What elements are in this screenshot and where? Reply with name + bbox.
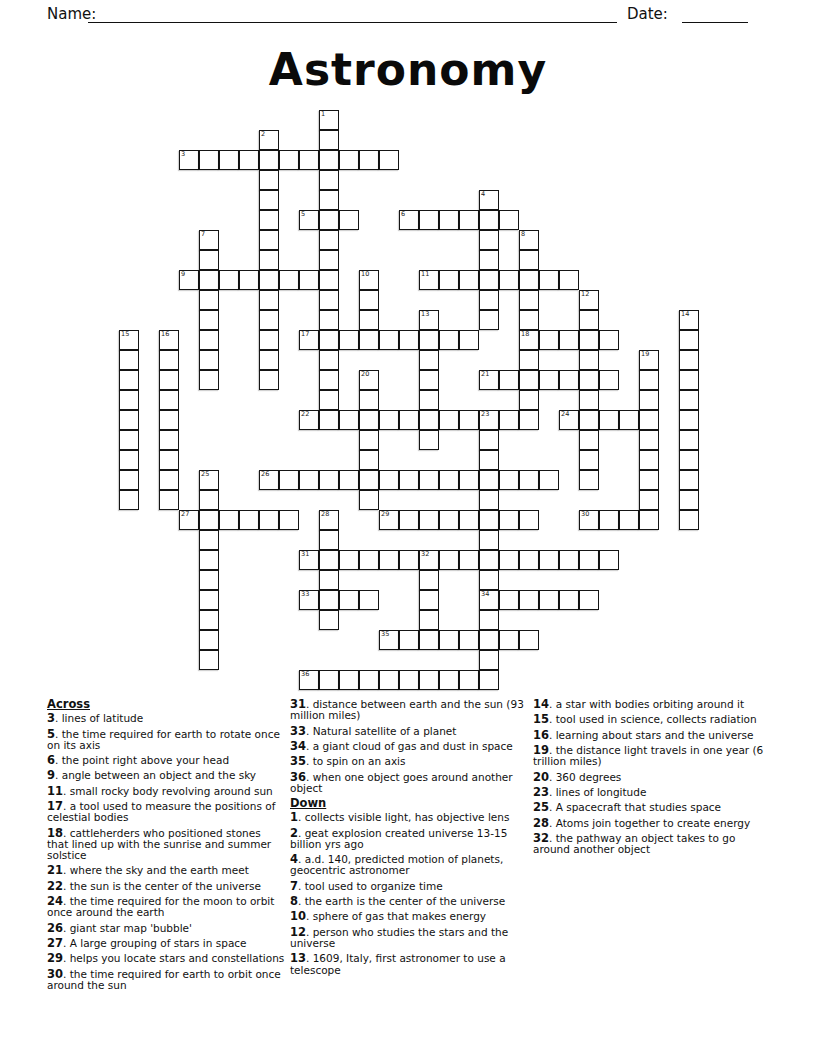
grid-cell[interactable] [219, 270, 239, 290]
grid-cell[interactable] [419, 630, 439, 650]
grid-cell[interactable] [199, 610, 219, 630]
grid-cell[interactable] [419, 590, 439, 610]
grid-cell[interactable] [399, 510, 419, 530]
grid-cell[interactable] [159, 370, 179, 390]
grid-cell[interactable] [519, 350, 539, 370]
grid-cell[interactable] [319, 570, 339, 590]
grid-cell[interactable]: 18 [519, 330, 539, 350]
grid-cell[interactable]: 25 [199, 470, 219, 490]
grid-cell[interactable] [239, 150, 259, 170]
grid-cell[interactable] [319, 370, 339, 390]
grid-cell[interactable] [639, 430, 659, 450]
grid-cell[interactable] [519, 290, 539, 310]
grid-cell[interactable] [479, 450, 499, 470]
grid-cell[interactable] [379, 410, 399, 430]
grid-cell[interactable] [299, 270, 319, 290]
grid-cell[interactable] [319, 270, 339, 290]
grid-cell[interactable]: 11 [419, 270, 439, 290]
grid-cell[interactable]: 34 [479, 590, 499, 610]
grid-cell[interactable] [379, 330, 399, 350]
grid-cell[interactable] [359, 290, 379, 310]
grid-cell[interactable] [539, 470, 559, 490]
grid-cell[interactable]: 35 [379, 630, 399, 650]
grid-cell[interactable] [519, 310, 539, 330]
grid-cell[interactable] [259, 250, 279, 270]
grid-cell[interactable] [299, 150, 319, 170]
clue-column-middle: 31. distance between earth and the sun (… [290, 698, 528, 979]
grid-cell[interactable] [499, 550, 519, 570]
grid-cell[interactable] [479, 470, 499, 490]
grid-cell[interactable]: 31 [299, 550, 319, 570]
grid-cell[interactable] [119, 430, 139, 450]
grid-cell[interactable] [319, 530, 339, 550]
grid-cell[interactable] [239, 270, 259, 290]
grid-cell[interactable]: 21 [479, 370, 499, 390]
grid-cell[interactable] [319, 170, 339, 190]
grid-cell[interactable] [459, 630, 479, 650]
grid-cell[interactable] [439, 510, 459, 530]
grid-cell[interactable] [479, 210, 499, 230]
grid-cell[interactable] [319, 550, 339, 570]
grid-cell[interactable] [459, 270, 479, 290]
grid-cell[interactable] [399, 330, 419, 350]
grid-cell[interactable] [319, 470, 339, 490]
grid-cell[interactable] [559, 270, 579, 290]
grid-cell[interactable] [119, 390, 139, 410]
cell-number: 18 [521, 331, 529, 338]
grid-cell[interactable] [119, 410, 139, 430]
grid-cell[interactable] [339, 410, 359, 430]
name-blank-line[interactable] [88, 6, 617, 23]
grid-cell[interactable] [539, 370, 559, 390]
grid-cell[interactable] [419, 570, 439, 590]
grid-cell[interactable] [419, 470, 439, 490]
grid-cell[interactable] [539, 270, 559, 290]
clue-across-35: 35. to spin on an axis [290, 755, 528, 767]
grid-cell[interactable] [559, 330, 579, 350]
grid-cell[interactable] [639, 390, 659, 410]
grid-cell[interactable] [479, 670, 499, 690]
grid-cell[interactable] [479, 430, 499, 450]
grid-cell[interactable] [359, 390, 379, 410]
clue-text: . to spin on an axis [306, 755, 405, 767]
grid-cell[interactable] [639, 410, 659, 430]
grid-cell[interactable] [379, 470, 399, 490]
grid-cell[interactable] [119, 450, 139, 470]
grid-cell[interactable] [319, 230, 339, 250]
grid-cell[interactable] [159, 490, 179, 510]
grid-cell[interactable] [259, 150, 279, 170]
grid-cell[interactable]: 7 [199, 230, 219, 250]
grid-cell[interactable]: 10 [359, 270, 379, 290]
grid-cell[interactable]: 6 [399, 210, 419, 230]
grid-cell[interactable] [479, 490, 499, 510]
grid-cell[interactable] [359, 330, 379, 350]
grid-cell[interactable] [679, 510, 699, 530]
grid-cell[interactable] [359, 410, 379, 430]
grid-cell[interactable] [419, 390, 439, 410]
grid-cell[interactable] [159, 390, 179, 410]
grid-cell[interactable] [159, 410, 179, 430]
grid-cell[interactable]: 4 [479, 190, 499, 210]
grid-cell[interactable] [619, 510, 639, 530]
grid-cell[interactable] [259, 310, 279, 330]
date-blank-line[interactable] [682, 6, 748, 23]
grid-cell[interactable]: 30 [579, 510, 599, 530]
grid-cell[interactable] [499, 470, 519, 490]
grid-cell[interactable] [479, 510, 499, 530]
grid-cell[interactable]: 24 [559, 410, 579, 430]
grid-cell[interactable] [599, 370, 619, 390]
grid-cell[interactable] [479, 250, 499, 270]
grid-cell[interactable]: 28 [319, 510, 339, 530]
grid-cell[interactable] [679, 450, 699, 470]
grid-cell[interactable] [639, 450, 659, 470]
grid-cell[interactable] [599, 330, 619, 350]
grid-cell[interactable] [419, 410, 439, 430]
grid-cell[interactable]: 2 [259, 130, 279, 150]
grid-cell[interactable] [159, 450, 179, 470]
grid-cell[interactable] [339, 470, 359, 490]
grid-cell[interactable]: 19 [639, 350, 659, 370]
grid-cell[interactable] [199, 310, 219, 330]
grid-cell[interactable]: 20 [359, 370, 379, 390]
grid-cell[interactable] [519, 590, 539, 610]
grid-cell[interactable] [319, 290, 339, 310]
grid-cell[interactable] [119, 350, 139, 370]
grid-cell[interactable] [279, 470, 299, 490]
grid-cell[interactable] [259, 350, 279, 370]
grid-cell[interactable] [359, 310, 379, 330]
grid-cell[interactable] [399, 410, 419, 430]
grid-cell[interactable] [559, 590, 579, 610]
cell-number: 17 [301, 331, 309, 338]
grid-cell[interactable] [439, 630, 459, 650]
grid-cell[interactable] [199, 490, 219, 510]
grid-cell[interactable] [259, 510, 279, 530]
grid-cell[interactable] [479, 290, 499, 310]
grid-cell[interactable] [479, 570, 499, 590]
grid-cell[interactable] [419, 430, 439, 450]
grid-cell[interactable] [199, 370, 219, 390]
grid-cell[interactable] [259, 370, 279, 390]
grid-cell[interactable]: 27 [179, 510, 199, 530]
grid-cell[interactable]: 9 [179, 270, 199, 290]
grid-cell[interactable]: 16 [159, 330, 179, 350]
grid-cell[interactable] [599, 550, 619, 570]
grid-cell[interactable] [459, 670, 479, 690]
grid-cell[interactable] [539, 330, 559, 350]
grid-cell[interactable] [359, 430, 379, 450]
grid-cell[interactable] [199, 510, 219, 530]
grid-cell[interactable] [599, 510, 619, 530]
grid-cell[interactable] [439, 410, 459, 430]
grid-cell[interactable] [279, 270, 299, 290]
grid-cell[interactable] [499, 510, 519, 530]
grid-cell[interactable] [319, 130, 339, 150]
grid-cell[interactable] [519, 390, 539, 410]
clue-text: . Atoms join together to create energy [549, 817, 750, 829]
grid-cell[interactable] [319, 250, 339, 270]
grid-cell[interactable] [439, 550, 459, 570]
grid-cell[interactable] [499, 210, 519, 230]
grid-cell[interactable]: 1 [319, 110, 339, 130]
grid-cell[interactable] [439, 670, 459, 690]
grid-cell[interactable] [419, 610, 439, 630]
grid-cell[interactable] [459, 510, 479, 530]
grid-cell[interactable] [199, 590, 219, 610]
grid-cell[interactable] [419, 510, 439, 530]
grid-cell[interactable] [339, 590, 359, 610]
grid-cell[interactable] [599, 410, 619, 430]
grid-cell[interactable] [279, 510, 299, 530]
grid-cell[interactable] [679, 490, 699, 510]
grid-cell[interactable] [339, 330, 359, 350]
grid-cell[interactable]: 3 [179, 150, 199, 170]
grid-cell[interactable] [379, 150, 399, 170]
date-label: Date: [627, 5, 668, 23]
grid-cell[interactable] [679, 470, 699, 490]
grid-cell[interactable] [579, 590, 599, 610]
grid-cell[interactable] [579, 390, 599, 410]
crossword-grid: 1234567891011121314151617181920212223242… [119, 110, 699, 690]
grid-cell[interactable] [679, 370, 699, 390]
grid-cell[interactable] [499, 270, 519, 290]
grid-cell[interactable] [359, 150, 379, 170]
grid-cell[interactable] [679, 390, 699, 410]
grid-cell[interactable] [199, 150, 219, 170]
clue-down-1: 1. collects visible light, has objective… [290, 811, 528, 823]
clue-number: 6 [47, 753, 55, 767]
clue-number: 11 [47, 784, 63, 798]
grid-cell[interactable] [119, 470, 139, 490]
grid-cell[interactable] [339, 670, 359, 690]
grid-cell[interactable] [579, 330, 599, 350]
grid-cell[interactable] [319, 190, 339, 210]
grid-cell[interactable] [479, 550, 499, 570]
grid-cell[interactable] [479, 310, 499, 330]
grid-cell[interactable] [459, 330, 479, 350]
clue-text: . a giant cloud of gas and dust in space [306, 740, 513, 752]
clue-text: . 360 degrees [549, 771, 621, 783]
grid-cell[interactable] [219, 510, 239, 530]
grid-cell[interactable] [119, 370, 139, 390]
grid-cell[interactable] [439, 270, 459, 290]
grid-cell[interactable] [579, 310, 599, 330]
grid-cell[interactable] [319, 210, 339, 230]
grid-cell[interactable] [119, 490, 139, 510]
grid-cell[interactable] [339, 150, 359, 170]
grid-cell[interactable] [199, 330, 219, 350]
grid-cell[interactable] [679, 330, 699, 350]
grid-cell[interactable] [479, 630, 499, 650]
grid-cell[interactable] [519, 510, 539, 530]
grid-cell[interactable] [359, 470, 379, 490]
grid-cell[interactable] [459, 550, 479, 570]
grid-cell[interactable] [639, 490, 659, 510]
grid-cell[interactable] [339, 550, 359, 570]
grid-cell[interactable] [679, 350, 699, 370]
grid-cell[interactable] [359, 590, 379, 610]
grid-cell[interactable]: 13 [419, 310, 439, 330]
clue-number: 3 [47, 711, 55, 725]
grid-cell[interactable]: 33 [299, 590, 319, 610]
grid-cell[interactable] [579, 470, 599, 490]
grid-cell[interactable] [259, 330, 279, 350]
grid-cell[interactable]: 36 [299, 670, 319, 690]
clue-text: . A large grouping of stars in space [63, 937, 247, 949]
grid-cell[interactable] [159, 350, 179, 370]
grid-cell[interactable] [519, 250, 539, 270]
clue-text: . collects visible light, has objective … [298, 811, 509, 823]
grid-cell[interactable] [619, 410, 639, 430]
grid-cell[interactable] [259, 190, 279, 210]
grid-cell[interactable] [259, 170, 279, 190]
grid-cell[interactable] [499, 630, 519, 650]
grid-cell[interactable] [499, 590, 519, 610]
clue-number: 35 [290, 754, 306, 768]
grid-cell[interactable] [319, 330, 339, 350]
grid-cell[interactable] [419, 370, 439, 390]
grid-cell[interactable] [399, 550, 419, 570]
grid-cell[interactable] [539, 550, 559, 570]
grid-cell[interactable] [319, 310, 339, 330]
grid-cell[interactable] [679, 410, 699, 430]
grid-cell[interactable] [319, 590, 339, 610]
grid-cell[interactable] [479, 230, 499, 250]
grid-cell[interactable]: 12 [579, 290, 599, 310]
grid-cell[interactable] [579, 550, 599, 570]
grid-cell[interactable] [199, 350, 219, 370]
grid-cell[interactable]: 8 [519, 230, 539, 250]
grid-cell[interactable]: 15 [119, 330, 139, 350]
grid-cell[interactable] [639, 370, 659, 390]
grid-cell[interactable]: 23 [479, 410, 499, 430]
grid-cell[interactable] [199, 530, 219, 550]
grid-cell[interactable] [579, 410, 599, 430]
grid-cell[interactable] [279, 150, 299, 170]
grid-cell[interactable] [419, 670, 439, 690]
grid-cell[interactable] [399, 670, 419, 690]
grid-cell[interactable] [259, 270, 279, 290]
grid-cell[interactable] [159, 430, 179, 450]
clue-text: . a tool used to measure the positions o… [47, 800, 275, 823]
grid-cell[interactable] [579, 430, 599, 450]
grid-cell[interactable] [479, 650, 499, 670]
grid-cell[interactable] [519, 630, 539, 650]
grid-cell[interactable] [199, 550, 219, 570]
grid-cell[interactable]: 22 [299, 410, 319, 430]
clue-list-header-across: Across [47, 698, 285, 710]
grid-cell[interactable]: 26 [259, 470, 279, 490]
grid-cell[interactable] [579, 350, 599, 370]
grid-cell[interactable] [259, 290, 279, 310]
grid-cell[interactable] [359, 490, 379, 510]
grid-cell[interactable]: 14 [679, 310, 699, 330]
grid-cell[interactable] [359, 670, 379, 690]
grid-cell[interactable] [419, 350, 439, 370]
clue-down-32: 32. the pathway an object takes to go ar… [533, 832, 771, 855]
clue-number: 27 [47, 936, 63, 950]
grid-cell[interactable] [419, 330, 439, 350]
grid-cell[interactable] [559, 370, 579, 390]
grid-cell[interactable] [359, 450, 379, 470]
grid-cell[interactable] [579, 450, 599, 470]
grid-cell[interactable] [499, 370, 519, 390]
grid-cell[interactable] [259, 210, 279, 230]
grid-cell[interactable] [319, 610, 339, 630]
grid-cell[interactable] [399, 470, 419, 490]
grid-cell[interactable] [319, 150, 339, 170]
grid-cell[interactable] [239, 510, 259, 530]
grid-cell[interactable] [339, 210, 359, 230]
grid-cell[interactable] [479, 530, 499, 550]
grid-cell[interactable] [399, 630, 419, 650]
grid-cell[interactable] [459, 470, 479, 490]
grid-cell[interactable] [319, 350, 339, 370]
grid-cell[interactable] [579, 370, 599, 390]
grid-cell[interactable] [639, 470, 659, 490]
grid-cell[interactable] [519, 550, 539, 570]
clue-number: 10 [290, 909, 306, 923]
grid-cell[interactable] [499, 410, 519, 430]
grid-cell[interactable] [319, 390, 339, 410]
grid-cell[interactable] [419, 210, 439, 230]
grid-cell[interactable]: 32 [419, 550, 439, 570]
grid-cell[interactable] [439, 470, 459, 490]
cell-number: 12 [581, 291, 589, 298]
grid-cell[interactable] [519, 470, 539, 490]
grid-cell[interactable] [299, 470, 319, 490]
grid-cell[interactable] [259, 230, 279, 250]
grid-cell[interactable] [479, 610, 499, 630]
grid-cell[interactable] [379, 670, 399, 690]
grid-cell[interactable] [159, 470, 179, 490]
grid-cell[interactable] [459, 210, 479, 230]
grid-cell[interactable]: 5 [299, 210, 319, 230]
grid-cell[interactable] [639, 510, 659, 530]
grid-cell[interactable] [559, 550, 579, 570]
grid-cell[interactable] [319, 670, 339, 690]
clue-down-15: 15. tool used in science, collects radia… [533, 713, 771, 725]
grid-cell[interactable] [199, 570, 219, 590]
grid-cell[interactable] [439, 330, 459, 350]
grid-cell[interactable] [199, 650, 219, 670]
grid-cell[interactable] [199, 270, 219, 290]
grid-cell[interactable] [199, 290, 219, 310]
clue-text: . the time required for earth to orbit o… [47, 968, 281, 991]
clue-across-21: 21. where the sky and the earth meet [47, 864, 285, 876]
clue-down-2: 2. geat explosion created universe 13-15… [290, 827, 528, 850]
grid-cell[interactable] [679, 430, 699, 450]
grid-cell[interactable] [199, 250, 219, 270]
grid-cell[interactable]: 17 [299, 330, 319, 350]
grid-cell[interactable] [379, 550, 399, 570]
grid-cell[interactable] [219, 150, 239, 170]
grid-cell[interactable] [199, 630, 219, 650]
grid-cell[interactable] [459, 410, 479, 430]
grid-cell[interactable] [519, 410, 539, 430]
grid-cell[interactable] [539, 590, 559, 610]
puzzle-title: Astronomy [0, 44, 816, 95]
grid-cell[interactable] [319, 410, 339, 430]
grid-cell[interactable] [479, 270, 499, 290]
grid-cell[interactable] [359, 550, 379, 570]
grid-cell[interactable]: 29 [379, 510, 399, 530]
grid-cell[interactable] [439, 210, 459, 230]
grid-cell[interactable] [519, 270, 539, 290]
grid-cell[interactable] [519, 370, 539, 390]
